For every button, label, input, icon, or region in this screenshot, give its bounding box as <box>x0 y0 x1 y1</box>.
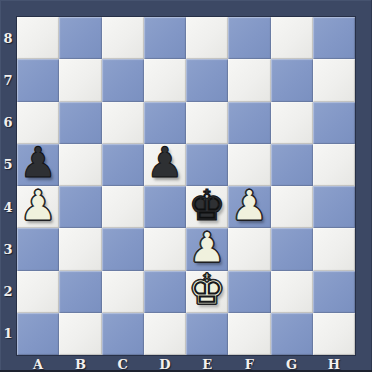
black-king-e4[interactable]: ♚ <box>188 185 226 227</box>
square-d1[interactable] <box>144 313 186 355</box>
rank-label-4: 4 <box>0 186 16 228</box>
square-g1[interactable] <box>271 313 313 355</box>
file-label-b: B <box>59 356 101 372</box>
square-c4[interactable] <box>102 186 144 228</box>
square-a2[interactable] <box>17 271 59 313</box>
rank-label-6: 6 <box>0 102 16 144</box>
square-e8[interactable] <box>186 17 228 59</box>
square-f7[interactable] <box>228 59 270 101</box>
rank-label-5: 5 <box>0 144 16 186</box>
square-f2[interactable] <box>228 271 270 313</box>
square-d8[interactable] <box>144 17 186 59</box>
square-g6[interactable] <box>271 102 313 144</box>
file-label-d: D <box>144 356 186 372</box>
white-pawn-f4[interactable]: ♟ <box>231 185 269 227</box>
square-g5[interactable] <box>271 144 313 186</box>
square-f5[interactable] <box>228 144 270 186</box>
square-g3[interactable] <box>271 228 313 270</box>
square-b4[interactable] <box>59 186 101 228</box>
square-h1[interactable] <box>313 313 355 355</box>
file-label-e: E <box>186 356 228 372</box>
rank-label-2: 2 <box>0 271 16 313</box>
square-g2[interactable] <box>271 271 313 313</box>
file-label-g: G <box>271 356 313 372</box>
square-b6[interactable] <box>59 102 101 144</box>
square-a5[interactable]: ♟ <box>17 144 59 186</box>
square-a4[interactable]: ♟ <box>17 186 59 228</box>
square-a1[interactable] <box>17 313 59 355</box>
rank-label-1: 1 <box>0 313 16 355</box>
rank-label-8: 8 <box>0 17 16 59</box>
square-e2[interactable]: ♚ <box>186 271 228 313</box>
black-pawn-d5[interactable]: ♟ <box>146 142 184 184</box>
square-c5[interactable] <box>102 144 144 186</box>
file-label-c: C <box>102 356 144 372</box>
square-e7[interactable] <box>186 59 228 101</box>
square-c2[interactable] <box>102 271 144 313</box>
square-g8[interactable] <box>271 17 313 59</box>
square-h4[interactable] <box>313 186 355 228</box>
square-h8[interactable] <box>313 17 355 59</box>
square-h2[interactable] <box>313 271 355 313</box>
file-label-a: A <box>17 356 59 372</box>
square-e6[interactable] <box>186 102 228 144</box>
square-c7[interactable] <box>102 59 144 101</box>
square-e5[interactable] <box>186 144 228 186</box>
square-d2[interactable] <box>144 271 186 313</box>
square-a8[interactable] <box>17 17 59 59</box>
square-c3[interactable] <box>102 228 144 270</box>
square-b5[interactable] <box>59 144 101 186</box>
rank-label-3: 3 <box>0 228 16 270</box>
square-b7[interactable] <box>59 59 101 101</box>
square-f3[interactable] <box>228 228 270 270</box>
file-label-h: H <box>313 356 355 372</box>
file-labels: ABCDEFGH <box>17 356 355 372</box>
square-c8[interactable] <box>102 17 144 59</box>
square-h5[interactable] <box>313 144 355 186</box>
square-b8[interactable] <box>59 17 101 59</box>
square-h7[interactable] <box>313 59 355 101</box>
square-b2[interactable] <box>59 271 101 313</box>
chess-board-frame: 87654321 ♟♟♟♚♟♟♚ ABCDEFGH <box>0 0 372 372</box>
square-b1[interactable] <box>59 313 101 355</box>
square-e1[interactable] <box>186 313 228 355</box>
square-e4[interactable]: ♚ <box>186 186 228 228</box>
square-f6[interactable] <box>228 102 270 144</box>
square-a7[interactable] <box>17 59 59 101</box>
square-h6[interactable] <box>313 102 355 144</box>
rank-labels: 87654321 <box>0 17 16 355</box>
square-f8[interactable] <box>228 17 270 59</box>
square-h3[interactable] <box>313 228 355 270</box>
rank-label-7: 7 <box>0 59 16 101</box>
square-f4[interactable]: ♟ <box>228 186 270 228</box>
square-g7[interactable] <box>271 59 313 101</box>
square-f1[interactable] <box>228 313 270 355</box>
square-a3[interactable] <box>17 228 59 270</box>
white-pawn-a4[interactable]: ♟ <box>19 185 57 227</box>
square-d4[interactable] <box>144 186 186 228</box>
square-b3[interactable] <box>59 228 101 270</box>
file-label-f: F <box>228 356 270 372</box>
white-king-e2[interactable]: ♚ <box>188 269 226 311</box>
square-c1[interactable] <box>102 313 144 355</box>
square-d7[interactable] <box>144 59 186 101</box>
white-pawn-e3[interactable]: ♟ <box>188 227 226 269</box>
square-g4[interactable] <box>271 186 313 228</box>
chess-board: ♟♟♟♚♟♟♚ <box>16 16 356 356</box>
square-c6[interactable] <box>102 102 144 144</box>
black-pawn-a5[interactable]: ♟ <box>19 142 57 184</box>
square-d5[interactable]: ♟ <box>144 144 186 186</box>
square-d3[interactable] <box>144 228 186 270</box>
